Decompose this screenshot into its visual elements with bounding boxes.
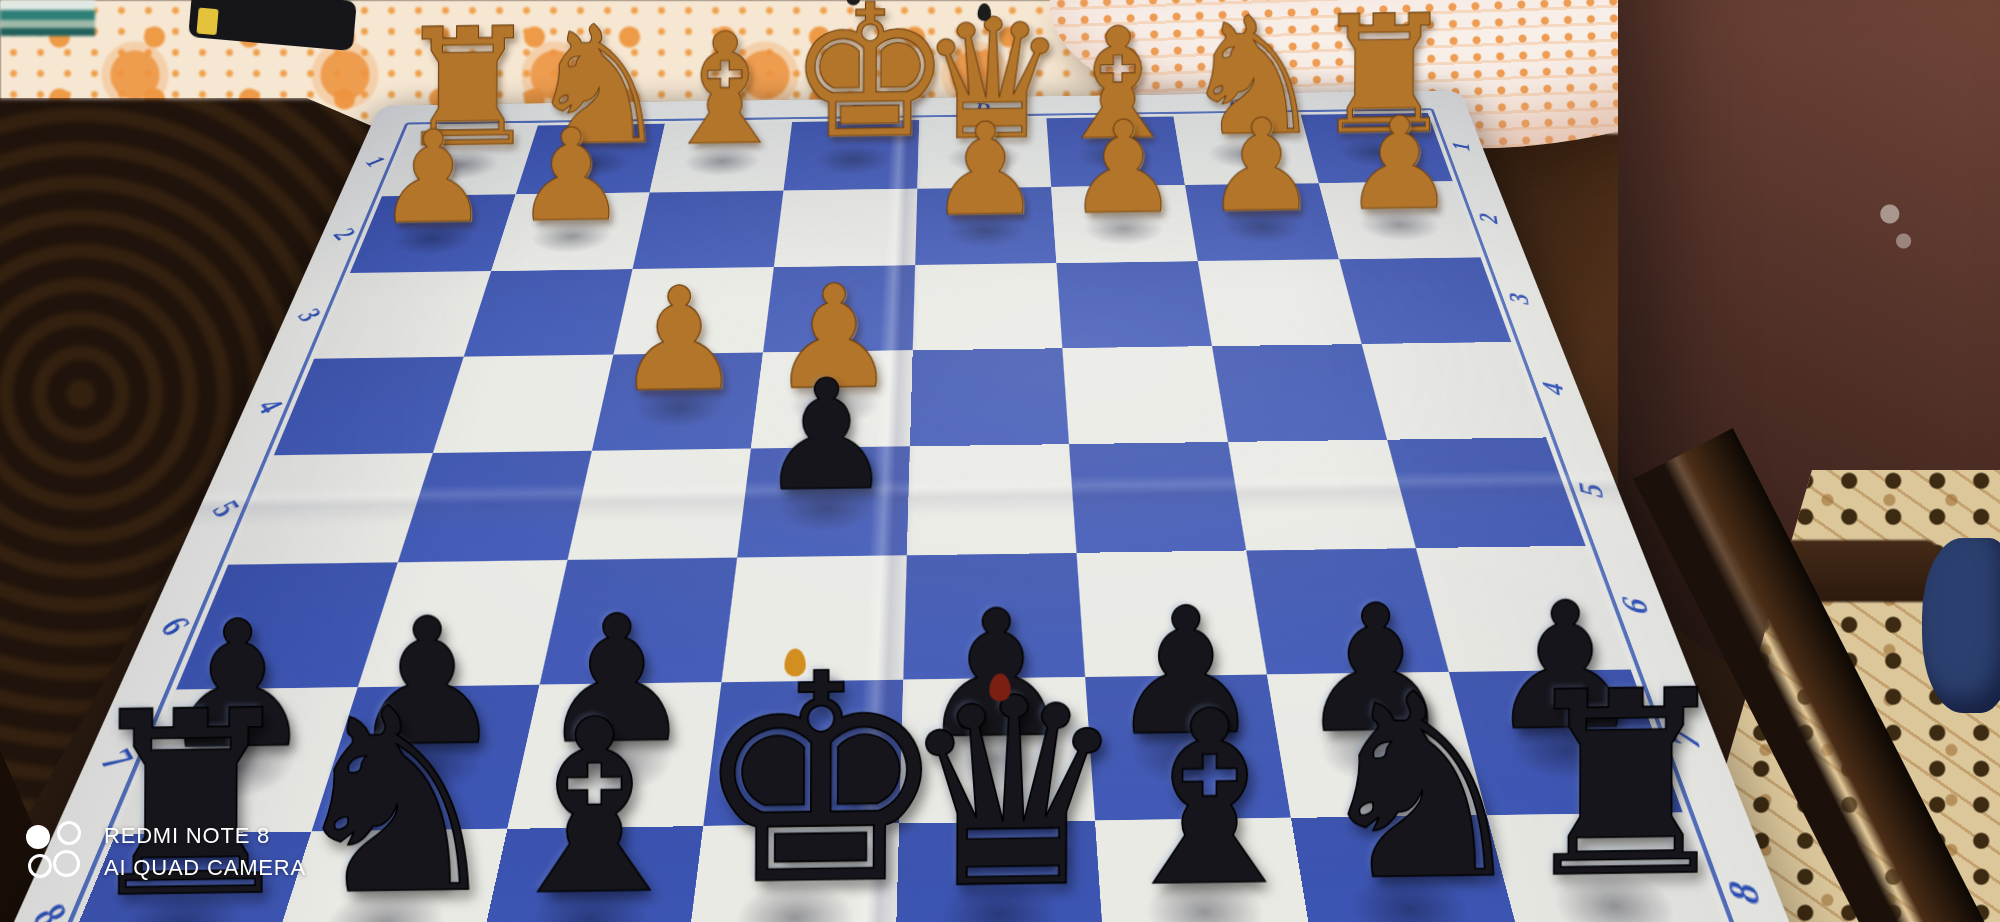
square-f4: ♟ bbox=[592, 352, 763, 450]
white-pawn-h2: ♟ bbox=[364, 117, 503, 240]
square-b4 bbox=[1212, 344, 1387, 442]
white-bishop-f1: ♝ bbox=[656, 16, 788, 163]
square-d4 bbox=[910, 348, 1069, 446]
black-pawn-e5: ♟ bbox=[743, 363, 909, 510]
square-d3 bbox=[913, 263, 1063, 350]
black-queen-d8: ♛ bbox=[896, 668, 1102, 917]
square-c5 bbox=[1069, 442, 1246, 553]
black-rook-h8: ♜ bbox=[76, 684, 282, 922]
square-g5 bbox=[398, 451, 592, 563]
camera-watermark: REDMI NOTE 8 AI QUAD CAMERA bbox=[26, 820, 306, 884]
photo-scene: HGFEDCBA1♜♞♝♚♛♝♞♜12♟♟♟♟♟♟2334♟♟45♟5667♟♟… bbox=[0, 0, 2000, 922]
square-h2: ♟ bbox=[350, 194, 516, 273]
piece-finial bbox=[847, 0, 861, 5]
square-e8: ♚ bbox=[682, 823, 899, 922]
piece-finial bbox=[784, 649, 805, 677]
black-bishop-c8: ♝ bbox=[1102, 684, 1308, 914]
square-a2: ♟ bbox=[1319, 181, 1481, 259]
white-pawn-b2: ♟ bbox=[1192, 106, 1331, 229]
white-pawn-a2: ♟ bbox=[1330, 104, 1469, 227]
square-d2: ♟ bbox=[915, 187, 1056, 265]
watermark-line2: AI QUAD CAMERA bbox=[104, 852, 306, 884]
white-pawn-c2: ♟ bbox=[1054, 107, 1193, 230]
black-knight-b8: ♞ bbox=[1307, 667, 1513, 912]
square-e1: ♚ bbox=[783, 120, 919, 191]
camera-ring-icon bbox=[28, 854, 52, 878]
square-e5: ♟ bbox=[737, 446, 910, 557]
white-pawn-f4: ♟ bbox=[601, 271, 757, 409]
white-pawn-g2: ♟ bbox=[502, 115, 641, 238]
square-d5 bbox=[907, 444, 1077, 555]
board-mat: HGFEDCBA1♜♞♝♚♛♝♞♜12♟♟♟♟♟♟2334♟♟45♟5667♟♟… bbox=[0, 91, 1857, 922]
watermark-line1: REDMI NOTE 8 bbox=[104, 820, 306, 852]
square-b2: ♟ bbox=[1185, 183, 1339, 261]
square-f1: ♝ bbox=[650, 122, 793, 193]
square-a8: ♜ bbox=[1487, 812, 1744, 922]
camera-dot-filled-icon bbox=[26, 825, 50, 849]
black-bishop-f8: ♝ bbox=[486, 693, 692, 922]
square-c4 bbox=[1062, 346, 1228, 444]
square-f5 bbox=[567, 449, 750, 560]
white-king-e1: ♚ bbox=[787, 0, 919, 161]
piece-finial bbox=[989, 672, 1010, 700]
black-knight-g8: ♞ bbox=[281, 681, 487, 922]
quad-camera-icon bbox=[26, 821, 88, 883]
black-rook-a8: ♜ bbox=[1512, 664, 1718, 909]
camera-ring-icon bbox=[57, 821, 81, 845]
square-g4 bbox=[433, 355, 614, 453]
piece-finial bbox=[977, 2, 991, 20]
square-f8: ♝ bbox=[470, 826, 703, 922]
black-king-e8: ♚ bbox=[691, 645, 897, 921]
square-c3 bbox=[1056, 261, 1212, 348]
square-b8: ♞ bbox=[1291, 815, 1531, 922]
square-b3 bbox=[1198, 259, 1362, 346]
chess-board: HGFEDCBA1♜♞♝♚♛♝♞♜12♟♟♟♟♟♟2334♟♟45♟5667♟♟… bbox=[0, 0, 2000, 922]
square-b5 bbox=[1228, 440, 1416, 551]
camera-ring-icon bbox=[53, 850, 80, 877]
square-d8: ♛ bbox=[894, 821, 1106, 922]
white-pawn-d2: ♟ bbox=[916, 109, 1055, 232]
square-c2: ♟ bbox=[1051, 185, 1198, 263]
